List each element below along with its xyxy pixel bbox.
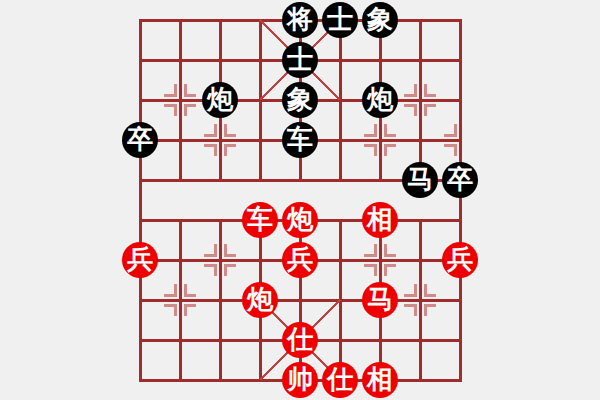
piece-red-chariot[interactable]: 车: [242, 202, 278, 238]
piece-black-advisor[interactable]: 士: [322, 2, 358, 38]
piece-red-general[interactable]: 帅: [282, 362, 318, 398]
piece-red-advisor[interactable]: 仕: [282, 322, 318, 358]
piece-black-horse[interactable]: 马: [402, 162, 438, 198]
piece-red-soldier[interactable]: 兵: [442, 242, 478, 278]
piece-black-advisor[interactable]: 士: [282, 42, 318, 78]
piece-black-chariot[interactable]: 车: [282, 122, 318, 158]
piece-red-horse[interactable]: 马: [362, 282, 398, 318]
piece-red-elephant[interactable]: 相: [362, 362, 398, 398]
xiangqi-board: 将士象士炮象炮卒车马卒车炮相兵兵兵炮马仕帅仕相: [0, 0, 600, 400]
piece-black-elephant[interactable]: 象: [282, 82, 318, 118]
piece-black-cannon[interactable]: 炮: [202, 82, 238, 118]
piece-black-elephant[interactable]: 象: [362, 2, 398, 38]
piece-black-soldier[interactable]: 卒: [122, 122, 158, 158]
piece-red-elephant[interactable]: 相: [362, 202, 398, 238]
piece-red-soldier[interactable]: 兵: [122, 242, 158, 278]
board-grid: 将士象士炮象炮卒车马卒车炮相兵兵兵炮马仕帅仕相: [120, 0, 480, 400]
piece-red-cannon[interactable]: 炮: [282, 202, 318, 238]
piece-black-cannon[interactable]: 炮: [362, 82, 398, 118]
piece-black-soldier[interactable]: 卒: [442, 162, 478, 198]
piece-black-general[interactable]: 将: [282, 2, 318, 38]
piece-red-soldier[interactable]: 兵: [282, 242, 318, 278]
piece-red-advisor[interactable]: 仕: [322, 362, 358, 398]
piece-red-cannon[interactable]: 炮: [242, 282, 278, 318]
